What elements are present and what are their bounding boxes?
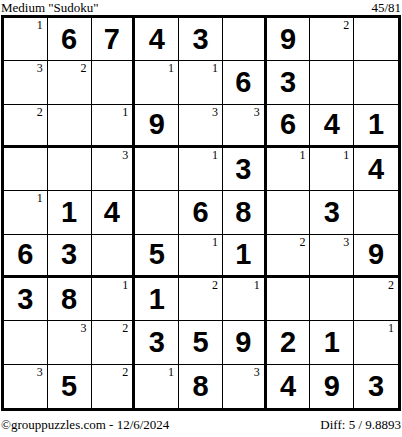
- sudoku-cell[interactable]: 2: [267, 235, 311, 278]
- pencil-mark: 1: [37, 192, 43, 204]
- sudoku-cell[interactable]: 9: [267, 18, 311, 61]
- sudoku-cell[interactable]: 4: [92, 191, 136, 234]
- pencil-mark: 2: [299, 236, 305, 248]
- pencil-mark: 1: [122, 279, 128, 291]
- given-digit: 9: [223, 321, 264, 363]
- pencil-mark: 1: [168, 62, 174, 74]
- pencil-mark: 1: [37, 19, 43, 31]
- sudoku-cell[interactable]: 2: [92, 321, 136, 364]
- sudoku-cell[interactable]: 1: [267, 148, 311, 191]
- sudoku-cell[interactable]: [135, 148, 179, 191]
- sudoku-cell[interactable]: [310, 61, 354, 104]
- sudoku-cell[interactable]: 3: [310, 191, 354, 234]
- sudoku-cell[interactable]: 4: [354, 148, 398, 191]
- sudoku-cell[interactable]: 1: [92, 278, 136, 321]
- sudoku-cell[interactable]: 2: [48, 61, 92, 104]
- sudoku-cell[interactable]: 8: [48, 278, 92, 321]
- sudoku-cell[interactable]: 5: [48, 365, 92, 408]
- given-digit: 4: [354, 148, 398, 190]
- given-digit: 3: [354, 365, 398, 408]
- sudoku-cell[interactable]: 6: [48, 18, 92, 61]
- given-digit: 4: [310, 105, 353, 145]
- given-digit: 6: [223, 61, 264, 103]
- pencil-mark: 1: [122, 106, 128, 118]
- given-digit: 3: [310, 191, 353, 233]
- sudoku-cell[interactable]: [310, 278, 354, 321]
- sudoku-cell[interactable]: 7: [92, 18, 136, 61]
- pencil-mark: 1: [343, 149, 349, 161]
- given-digit: 4: [267, 365, 310, 408]
- sudoku-cell[interactable]: 3: [135, 321, 179, 364]
- sudoku-cell[interactable]: 1: [310, 321, 354, 364]
- sudoku-cell[interactable]: 1: [92, 105, 136, 148]
- given-digit: 9: [135, 105, 178, 145]
- sudoku-cell[interactable]: 1: [223, 235, 267, 278]
- given-digit: 3: [135, 321, 178, 363]
- given-digit: 7: [92, 18, 133, 60]
- given-digit: 1: [354, 105, 398, 145]
- given-digit: 3: [48, 235, 91, 275]
- sudoku-page: Medium "Sudoku" 45/81 167439232116321933…: [0, 0, 402, 437]
- sudoku-cell[interactable]: 2: [267, 321, 311, 364]
- page-title: Medium "Sudoku": [1, 1, 99, 14]
- pencil-mark: 2: [212, 279, 218, 291]
- given-digit: 6: [4, 235, 47, 275]
- sudoku-cell[interactable]: 1: [4, 18, 48, 61]
- given-digit: 3: [267, 61, 310, 103]
- sudoku-cell[interactable]: 6: [267, 105, 311, 148]
- given-digit: 8: [48, 278, 91, 320]
- given-digit: 9: [310, 365, 353, 408]
- sudoku-cell[interactable]: 8: [179, 365, 223, 408]
- given-digit: 8: [223, 191, 264, 233]
- given-digit: 3: [223, 148, 264, 190]
- sudoku-cell[interactable]: 3: [48, 321, 92, 364]
- sudoku-cell[interactable]: [223, 18, 267, 61]
- given-digit: 9: [354, 235, 398, 275]
- pencil-mark: 3: [254, 366, 260, 378]
- given-digit: 3: [179, 18, 222, 60]
- sudoku-board: 1674392321163219336413131141146836351123…: [1, 15, 401, 411]
- sudoku-cell[interactable]: 3: [223, 148, 267, 191]
- sudoku-cell[interactable]: 4: [135, 18, 179, 61]
- pencil-mark: 3: [37, 62, 43, 74]
- given-digit: 4: [92, 191, 133, 233]
- sudoku-cell[interactable]: 6: [4, 235, 48, 278]
- sudoku-cell[interactable]: 4: [267, 365, 311, 408]
- sudoku-cell[interactable]: 1: [4, 191, 48, 234]
- sudoku-cell[interactable]: [135, 191, 179, 234]
- sudoku-cell[interactable]: 3: [4, 278, 48, 321]
- sudoku-cell[interactable]: 9: [135, 105, 179, 148]
- pencil-mark: 2: [81, 62, 87, 74]
- pencil-mark: 3: [212, 106, 218, 118]
- copyright-text: ©grouppuzzles.com - 12/6/2024: [1, 417, 169, 433]
- pencil-mark: 3: [254, 106, 260, 118]
- pencil-mark: 1: [212, 236, 218, 248]
- pencil-mark: 3: [343, 236, 349, 248]
- sudoku-cell[interactable]: [92, 61, 136, 104]
- given-digit: 1: [135, 278, 178, 320]
- sudoku-cell[interactable]: [354, 61, 398, 104]
- given-digit: 8: [179, 365, 222, 408]
- header: Medium "Sudoku" 45/81: [0, 0, 402, 15]
- sudoku-cell[interactable]: 3: [223, 105, 267, 148]
- given-digit: 6: [48, 18, 91, 60]
- given-digit: 3: [4, 278, 47, 320]
- pencil-mark: 1: [388, 322, 394, 334]
- sudoku-cell[interactable]: 2: [92, 365, 136, 408]
- pencil-mark: 2: [343, 19, 349, 31]
- given-digit: 1: [310, 321, 353, 363]
- given-digit: 6: [179, 191, 222, 233]
- sudoku-cell[interactable]: 9: [223, 321, 267, 364]
- given-digit: 6: [267, 105, 310, 145]
- sudoku-cell[interactable]: 1: [135, 61, 179, 104]
- pencil-mark: 1: [254, 279, 260, 291]
- sudoku-cell[interactable]: 3: [92, 148, 136, 191]
- sudoku-cell[interactable]: 1: [179, 235, 223, 278]
- sudoku-cell[interactable]: 2: [354, 278, 398, 321]
- sudoku-cell[interactable]: [4, 148, 48, 191]
- sudoku-cell[interactable]: 3: [179, 18, 223, 61]
- sudoku-cell[interactable]: 3: [179, 105, 223, 148]
- sudoku-cell[interactable]: 2: [179, 278, 223, 321]
- footer: ©grouppuzzles.com - 12/6/2024 Diff: 5 / …: [0, 411, 402, 437]
- pencil-mark: 2: [388, 279, 394, 291]
- progress-counter: 45/81: [371, 1, 401, 14]
- sudoku-cell[interactable]: 6: [223, 61, 267, 104]
- pencil-mark: 1: [212, 62, 218, 74]
- sudoku-cell[interactable]: 8: [223, 191, 267, 234]
- sudoku-cell[interactable]: 5: [179, 321, 223, 364]
- sudoku-cell[interactable]: 4: [310, 105, 354, 148]
- pencil-mark: 2: [37, 106, 43, 118]
- sudoku-cell[interactable]: [267, 278, 311, 321]
- pencil-mark: 3: [37, 366, 43, 378]
- sudoku-cell[interactable]: 1: [354, 105, 398, 148]
- sudoku-cell[interactable]: 3: [267, 61, 311, 104]
- sudoku-cell[interactable]: 1: [223, 278, 267, 321]
- given-digit: 4: [135, 18, 178, 60]
- sudoku-cell[interactable]: 2: [4, 105, 48, 148]
- sudoku-cell[interactable]: 1: [179, 61, 223, 104]
- pencil-mark: 2: [122, 366, 128, 378]
- pencil-mark: 1: [299, 149, 305, 161]
- sudoku-cell[interactable]: [354, 18, 398, 61]
- given-digit: 5: [135, 235, 178, 275]
- pencil-mark: 3: [81, 322, 87, 334]
- sudoku-cell[interactable]: 3: [354, 365, 398, 408]
- given-digit: 1: [223, 235, 264, 275]
- given-digit: 2: [267, 321, 310, 363]
- pencil-mark: 2: [122, 322, 128, 334]
- sudoku-cell[interactable]: 1: [310, 148, 354, 191]
- sudoku-cell[interactable]: 1: [48, 191, 92, 234]
- sudoku-cell[interactable]: 3: [223, 365, 267, 408]
- sudoku-cell[interactable]: 1: [135, 278, 179, 321]
- difficulty-text: Diff: 5 / 9.8893: [320, 417, 401, 433]
- sudoku-cell[interactable]: 1: [135, 365, 179, 408]
- given-digit: 1: [48, 191, 91, 233]
- sudoku-cell[interactable]: [4, 321, 48, 364]
- pencil-mark: 1: [212, 149, 218, 161]
- sudoku-cell[interactable]: 6: [179, 191, 223, 234]
- sudoku-cell[interactable]: 9: [354, 235, 398, 278]
- sudoku-cell[interactable]: 3: [4, 365, 48, 408]
- given-digit: 5: [48, 365, 91, 408]
- sudoku-cell[interactable]: 3: [310, 235, 354, 278]
- sudoku-cell[interactable]: 2: [310, 18, 354, 61]
- pencil-mark: 3: [122, 149, 128, 161]
- sudoku-cell[interactable]: [92, 235, 136, 278]
- sudoku-cell[interactable]: 3: [48, 235, 92, 278]
- given-digit: 9: [267, 18, 310, 60]
- sudoku-cell[interactable]: [48, 105, 92, 148]
- sudoku-cell[interactable]: 1: [354, 321, 398, 364]
- sudoku-cell[interactable]: [267, 191, 311, 234]
- sudoku-cell[interactable]: 5: [135, 235, 179, 278]
- sudoku-cell[interactable]: [354, 191, 398, 234]
- pencil-mark: 1: [168, 366, 174, 378]
- sudoku-cell[interactable]: [48, 148, 92, 191]
- given-digit: 5: [179, 321, 222, 363]
- sudoku-cell[interactable]: 3: [4, 61, 48, 104]
- sudoku-cell[interactable]: 9: [310, 365, 354, 408]
- sudoku-cell[interactable]: 1: [179, 148, 223, 191]
